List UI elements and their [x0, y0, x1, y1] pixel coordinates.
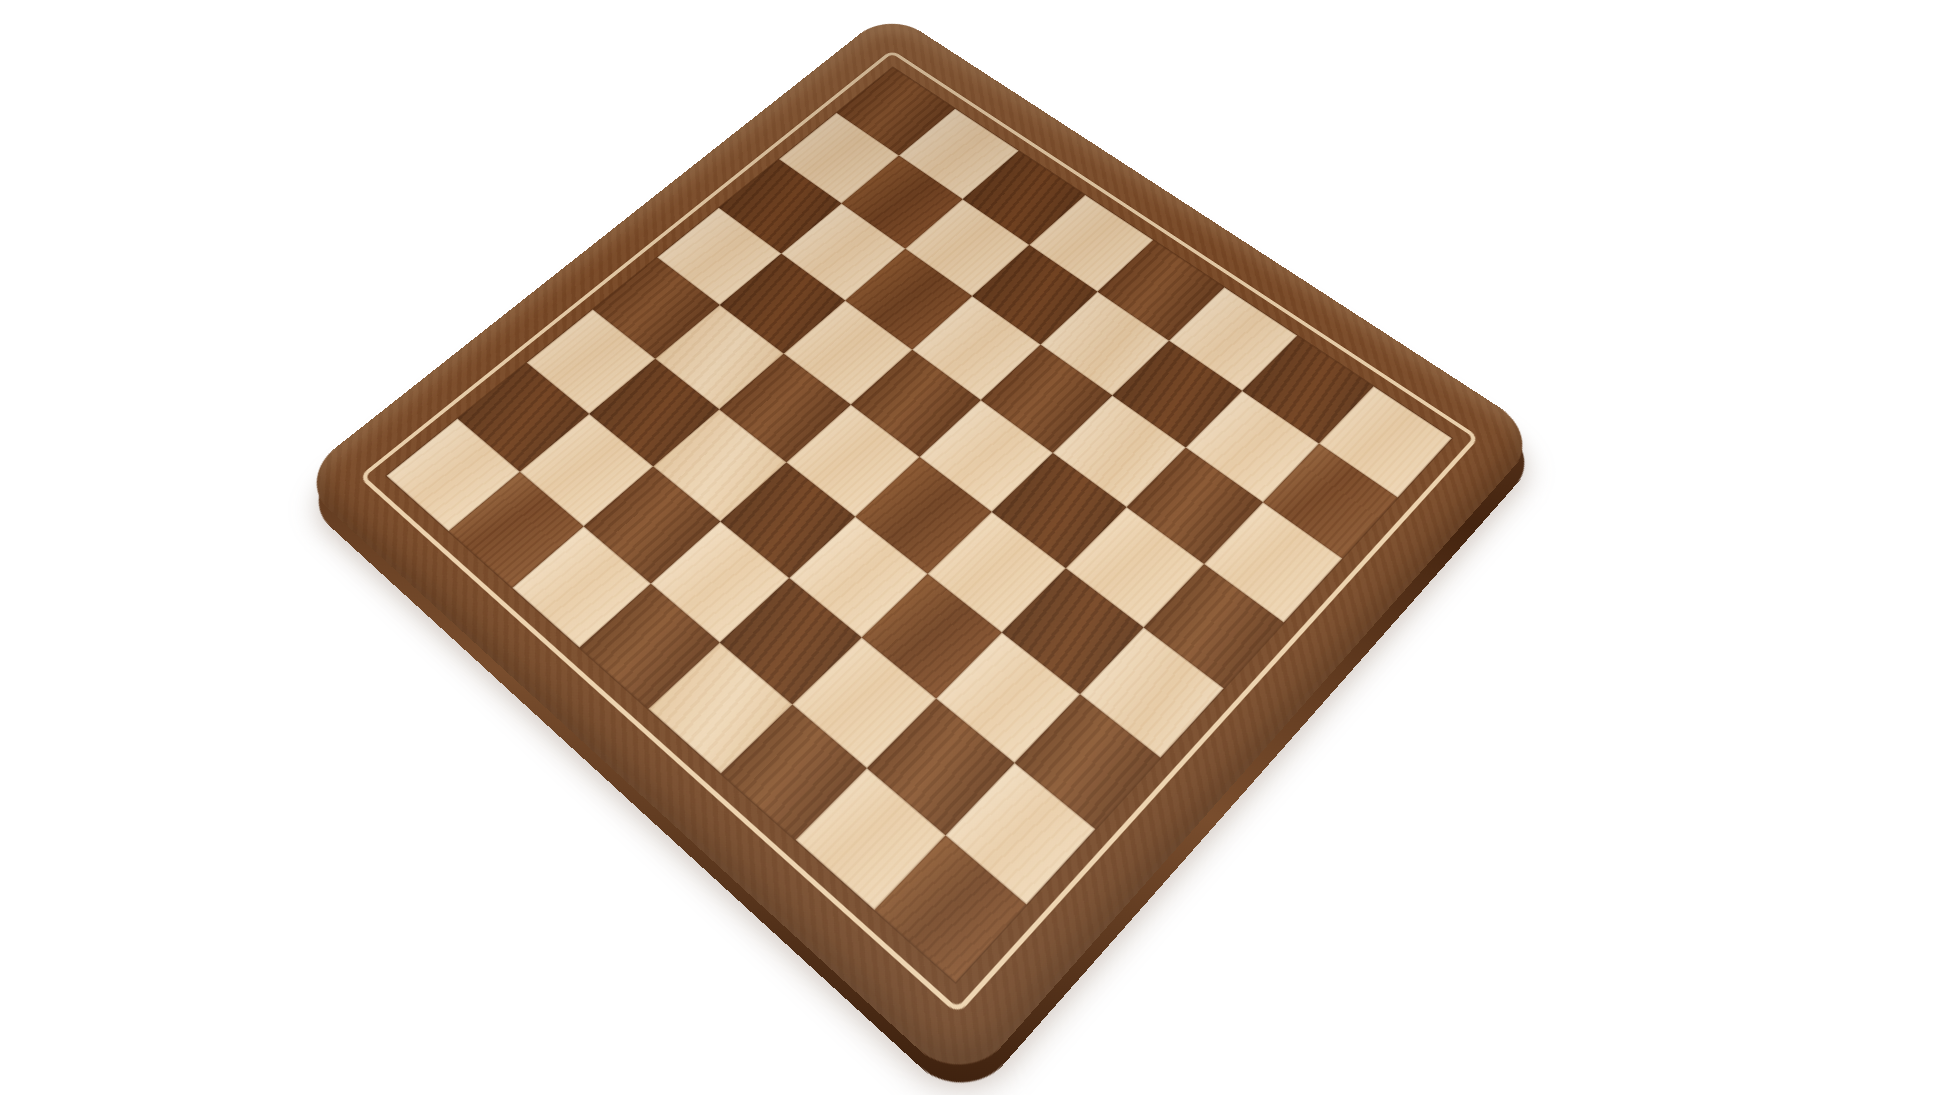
board-top — [296, 11, 1542, 1090]
chessboard-photo — [0, 0, 1946, 1095]
playing-area — [386, 67, 1451, 982]
